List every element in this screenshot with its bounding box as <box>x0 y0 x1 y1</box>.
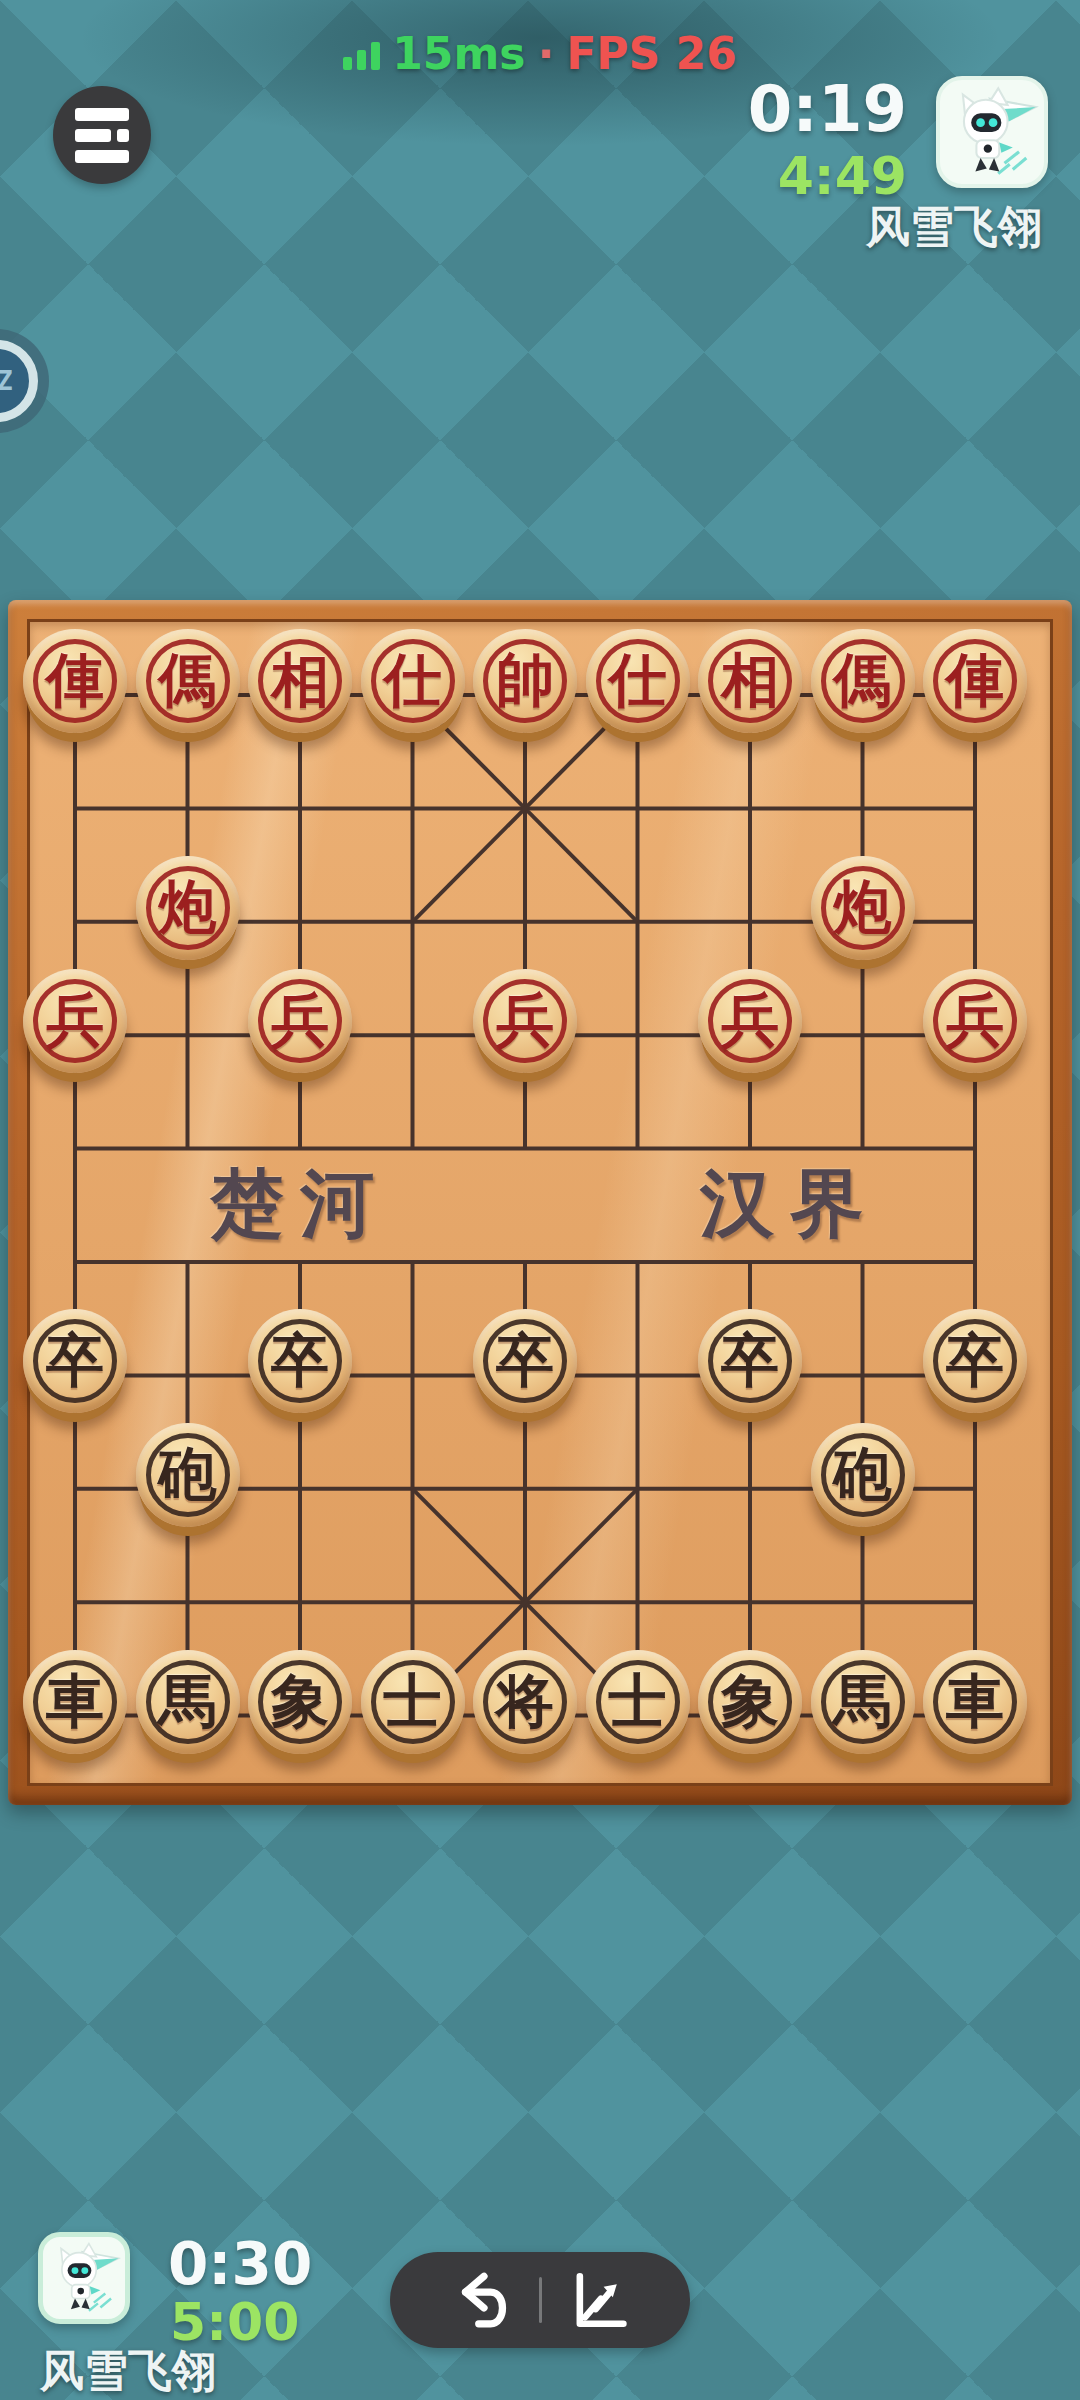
piece-glyph: 相 <box>698 629 802 733</box>
piece-red-cannon[interactable]: 炮 <box>811 856 915 960</box>
latency-value: 15ms <box>392 28 525 80</box>
piece-red-cannon[interactable]: 炮 <box>136 856 240 960</box>
piece-black-cannon[interactable]: 砲 <box>811 1423 915 1527</box>
opponent-move-timer: 0:19 <box>748 72 907 146</box>
piece-glyph: 兵 <box>923 969 1027 1073</box>
piece-red-chariot[interactable]: 俥 <box>923 629 1027 733</box>
piece-red-elephant[interactable]: 相 <box>698 629 802 733</box>
pieces-layer: 俥傌相仕帥仕相傌俥炮炮兵兵兵兵兵卒卒卒卒卒砲砲車馬象士将士象馬車 <box>30 622 1050 1783</box>
piece-glyph: 仕 <box>586 629 690 733</box>
hamburger-menu-icon <box>75 108 129 121</box>
piece-glyph: 相 <box>248 629 352 733</box>
piece-black-cannon[interactable]: 砲 <box>136 1423 240 1527</box>
menu-button[interactable] <box>53 86 151 184</box>
piece-glyph: 兵 <box>248 969 352 1073</box>
piece-glyph: 兵 <box>698 969 802 1073</box>
piece-glyph: 車 <box>923 1650 1027 1754</box>
piece-black-chariot[interactable]: 車 <box>923 1650 1027 1754</box>
piece-glyph: 士 <box>361 1650 465 1754</box>
piece-glyph: 炮 <box>811 856 915 960</box>
piece-glyph: 仕 <box>361 629 465 733</box>
piece-black-soldier[interactable]: 卒 <box>248 1309 352 1413</box>
piece-black-elephant[interactable]: 象 <box>248 1650 352 1754</box>
undo-arrow-icon <box>451 2267 517 2333</box>
piece-red-soldier[interactable]: 兵 <box>248 969 352 1073</box>
action-bar <box>390 2252 690 2348</box>
board-surface[interactable]: 楚河 汉界 俥傌相仕帥仕相傌俥炮炮兵兵兵兵兵卒卒卒卒卒砲砲車馬象士将士象馬車 <box>30 622 1050 1783</box>
sleep-idle-badge: ZZ <box>0 340 38 422</box>
piece-black-advisor[interactable]: 士 <box>586 1650 690 1754</box>
analysis-button[interactable] <box>564 2267 630 2333</box>
piece-black-general[interactable]: 将 <box>473 1650 577 1754</box>
piece-glyph: 卒 <box>248 1309 352 1413</box>
opponent-name: 风雪飞翎 <box>642 198 1042 257</box>
piece-red-soldier[interactable]: 兵 <box>473 969 577 1073</box>
undo-button[interactable] <box>451 2267 517 2333</box>
piece-red-elephant[interactable]: 相 <box>248 629 352 733</box>
action-divider <box>539 2277 542 2323</box>
piece-black-chariot[interactable]: 車 <box>23 1650 127 1754</box>
piece-red-horse[interactable]: 傌 <box>811 629 915 733</box>
piece-glyph: 卒 <box>923 1309 1027 1413</box>
piece-glyph: 兵 <box>473 969 577 1073</box>
piece-glyph: 卒 <box>23 1309 127 1413</box>
piece-glyph: 馬 <box>811 1650 915 1754</box>
piece-black-soldier[interactable]: 卒 <box>23 1309 127 1413</box>
piece-glyph: 馬 <box>136 1650 240 1754</box>
piece-glyph: 俥 <box>23 629 127 733</box>
trend-chart-icon <box>564 2267 630 2333</box>
signal-bars-icon <box>343 42 380 80</box>
piece-glyph: 砲 <box>811 1423 915 1527</box>
separator-dot: · <box>538 28 555 80</box>
piece-red-soldier[interactable]: 兵 <box>698 969 802 1073</box>
piece-glyph: 車 <box>23 1650 127 1754</box>
piece-glyph: 象 <box>698 1650 802 1754</box>
piece-black-horse[interactable]: 馬 <box>811 1650 915 1754</box>
fps-value: FPS 26 <box>566 28 737 80</box>
opponent-total-timer: 4:49 <box>778 146 907 206</box>
piece-black-horse[interactable]: 馬 <box>136 1650 240 1754</box>
opponent-avatar <box>936 76 1048 188</box>
piece-glyph: 傌 <box>136 629 240 733</box>
piece-glyph: 炮 <box>136 856 240 960</box>
piece-red-advisor[interactable]: 仕 <box>361 629 465 733</box>
player-move-timer: 0:30 <box>168 2230 312 2298</box>
robot-mascot-icon <box>43 2237 125 2319</box>
piece-red-general[interactable]: 帥 <box>473 629 577 733</box>
piece-red-soldier[interactable]: 兵 <box>923 969 1027 1073</box>
piece-glyph: 将 <box>473 1650 577 1754</box>
player-name: 风雪飞翎 <box>40 2342 216 2400</box>
piece-glyph: 砲 <box>136 1423 240 1527</box>
piece-red-soldier[interactable]: 兵 <box>23 969 127 1073</box>
robot-mascot-icon <box>940 80 1044 184</box>
piece-glyph: 士 <box>586 1650 690 1754</box>
piece-glyph: 帥 <box>473 629 577 733</box>
xiangqi-board[interactable]: 楚河 汉界 俥傌相仕帥仕相傌俥炮炮兵兵兵兵兵卒卒卒卒卒砲砲車馬象士将士象馬車 <box>8 600 1072 1805</box>
piece-black-advisor[interactable]: 士 <box>361 1650 465 1754</box>
game-screen: { "game": "xiangqi", "position": { "orie… <box>0 0 1080 2400</box>
piece-black-soldier[interactable]: 卒 <box>923 1309 1027 1413</box>
piece-glyph: 兵 <box>23 969 127 1073</box>
piece-red-horse[interactable]: 傌 <box>136 629 240 733</box>
piece-red-chariot[interactable]: 俥 <box>23 629 127 733</box>
piece-glyph: 傌 <box>811 629 915 733</box>
piece-red-advisor[interactable]: 仕 <box>586 629 690 733</box>
piece-glyph: 卒 <box>473 1309 577 1413</box>
piece-black-soldier[interactable]: 卒 <box>698 1309 802 1413</box>
piece-glyph: 俥 <box>923 629 1027 733</box>
performance-overlay: 15ms · FPS 26 <box>0 28 1080 80</box>
piece-glyph: 卒 <box>698 1309 802 1413</box>
player-avatar <box>38 2232 130 2324</box>
piece-glyph: 象 <box>248 1650 352 1754</box>
piece-black-elephant[interactable]: 象 <box>698 1650 802 1754</box>
piece-black-soldier[interactable]: 卒 <box>473 1309 577 1413</box>
sleep-badge-text: ZZ <box>0 366 16 396</box>
